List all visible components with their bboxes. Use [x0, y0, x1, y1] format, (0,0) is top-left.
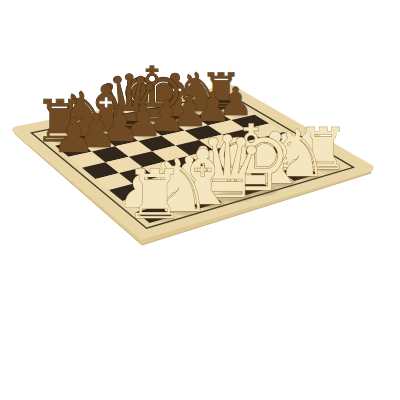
- chessboard: ♜♞♟♝♟♚♟♛♝♟♞♟♜♟♟♟♟♟♜♟♞♟♝♟♚♟♛♟♝♟♞♜: [0, 0, 400, 400]
- chess-set-product-photo: ♜♞♟♝♟♚♟♛♝♟♞♟♜♟♟♟♟♟♜♟♞♟♝♟♚♟♛♟♝♟♞♜: [0, 0, 400, 400]
- piece-white-rook-a1: ♜: [125, 155, 186, 234]
- piece-black-pawn-a7: ♟: [52, 108, 95, 163]
